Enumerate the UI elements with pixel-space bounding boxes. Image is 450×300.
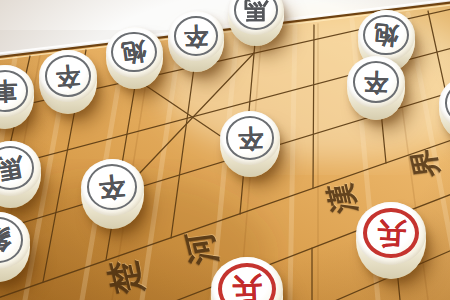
piece-face: 兵	[356, 202, 426, 265]
piece-face: 炮	[106, 27, 163, 78]
piece-face: 馬	[228, 0, 284, 35]
piece-black-soldier[interactable]: 卒	[220, 111, 280, 177]
piece-face: 卒	[168, 11, 224, 61]
piece-ring: 馬	[0, 146, 34, 190]
piece-character: 卒	[184, 24, 209, 49]
piece-ring: 兵	[218, 263, 276, 300]
piece-character: 炮	[120, 38, 147, 65]
piece-character: 炮	[373, 22, 399, 48]
piece-character: 馬	[244, 0, 268, 22]
piece-face: 卒	[347, 56, 405, 108]
piece-character: 兵	[376, 218, 406, 248]
piece-black-cannon[interactable]: 炮	[106, 27, 163, 89]
piece-character: 卒	[364, 70, 389, 95]
piece-face: 卒	[39, 50, 97, 102]
piece-ring: 炮	[363, 15, 409, 56]
river-engraving: 河	[176, 229, 229, 267]
piece-ring: 馬	[234, 0, 279, 30]
piece-face: 卒	[220, 111, 280, 165]
piece-character: 卒	[55, 63, 81, 89]
piece-face: 卒	[81, 159, 144, 216]
piece-ring: 車	[445, 82, 450, 124]
piece-red-soldier[interactable]: 兵	[356, 202, 426, 279]
piece-black-soldier[interactable]: 卒	[168, 11, 224, 72]
piece-ring: 兵	[363, 208, 419, 258]
river-engraving: 漢	[319, 181, 367, 215]
piece-ring: 卒	[174, 16, 219, 56]
piece-character: 馬	[0, 153, 25, 183]
piece-character: 卒	[237, 125, 263, 151]
piece-black-soldier[interactable]: 卒	[81, 159, 144, 229]
piece-character: 車	[0, 79, 17, 104]
piece-ring: 象	[0, 217, 23, 263]
piece-ring: 卒	[353, 61, 399, 103]
xiangqi-photo: 楚河漢界馬炮卒炮卒卒車車卒馬卒兵象兵	[0, 0, 450, 300]
piece-face: 炮	[358, 10, 415, 61]
piece-black-soldier[interactable]: 卒	[347, 56, 405, 120]
piece-character: 兵	[231, 273, 262, 300]
piece-ring: 卒	[226, 116, 274, 159]
piece-character: 卒	[98, 173, 127, 202]
piece-character: 象	[0, 226, 12, 254]
piece-ring: 卒	[45, 55, 91, 97]
river-engraving: 楚	[99, 257, 153, 296]
piece-ring: 卒	[87, 164, 137, 210]
piece-ring: 炮	[111, 32, 157, 73]
piece-ring: 車	[0, 70, 28, 112]
piece-black-soldier[interactable]: 卒	[39, 50, 97, 114]
river-engraving: 界	[403, 146, 449, 179]
